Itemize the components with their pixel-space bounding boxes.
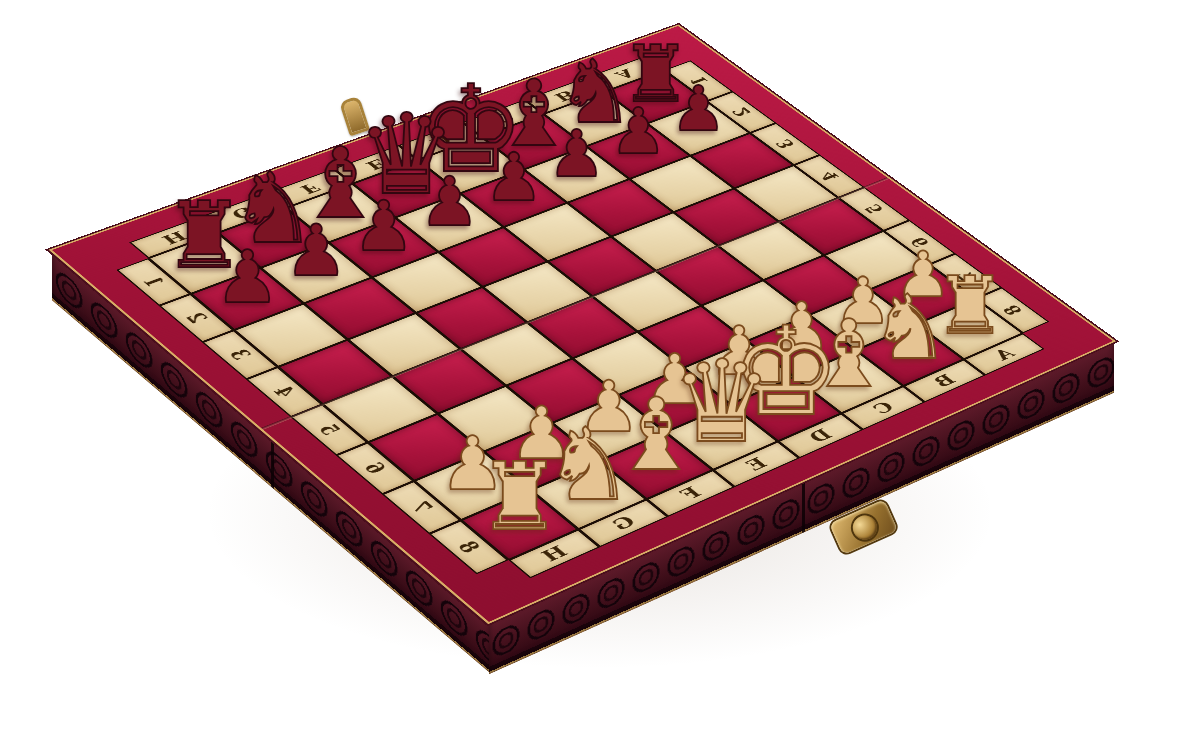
- file-label-text: C: [868, 398, 899, 417]
- rank-label-text: 4: [268, 383, 301, 400]
- rank-label-text: 5: [313, 421, 346, 438]
- file-label-text: B: [550, 88, 579, 104]
- file-label-text: A: [611, 66, 639, 81]
- file-label-text: E: [741, 454, 772, 473]
- rank-label-text: 8: [452, 538, 486, 557]
- rank-label-text: 6: [905, 235, 934, 250]
- rank-label-text: 2: [727, 105, 756, 119]
- rank-label-text: 2: [180, 310, 213, 326]
- file-label-text: G: [607, 513, 640, 534]
- file-label-text: D: [425, 132, 455, 149]
- rank-label-text: 5: [859, 202, 888, 217]
- product-photo: 1122334455667788AABBCCDDEEFFGGHH ♜♞♟♝♟♚♟…: [0, 0, 1200, 737]
- fold-seam-left: [271, 436, 274, 489]
- rank-label-text: 1: [684, 74, 713, 88]
- file-label-text: F: [676, 484, 706, 503]
- rank-label-text: 3: [771, 137, 800, 151]
- file-label-text: H: [157, 228, 190, 247]
- file-label-text: C: [489, 110, 518, 126]
- rank-label-text: 3: [223, 346, 256, 363]
- rank-label-text: 6: [358, 459, 391, 477]
- fold-seam-right: [802, 480, 805, 533]
- file-label-text: D: [804, 426, 836, 446]
- rank-label-text: 1: [137, 274, 170, 290]
- file-label-text: A: [990, 345, 1020, 363]
- file-label-text: G: [227, 204, 258, 222]
- brass-hook-icon: [339, 96, 370, 137]
- file-label-text: H: [537, 543, 573, 565]
- rank-label-text: 4: [815, 169, 844, 183]
- file-label-text: E: [361, 156, 390, 173]
- file-label-text: B: [929, 371, 960, 390]
- rank-label-text: 7: [951, 268, 980, 283]
- file-label-text: F: [296, 180, 324, 196]
- rank-label-text: 7: [405, 498, 439, 516]
- rank-label-text: 8: [998, 302, 1027, 318]
